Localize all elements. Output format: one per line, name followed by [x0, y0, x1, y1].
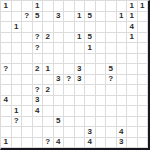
empty-cell-r0-c1[interactable] [12, 1, 23, 12]
clue-cell-4-r12-c11: 4 [117, 127, 128, 138]
empty-cell-r10-c11[interactable] [117, 106, 128, 117]
empty-cell-r9-c5[interactable] [54, 96, 65, 107]
empty-cell-r12-c4[interactable] [43, 127, 54, 138]
empty-cell-r5-c3[interactable] [33, 54, 44, 65]
empty-cell-r12-c7[interactable] [75, 127, 86, 138]
empty-cell-r5-c0[interactable] [1, 54, 12, 65]
empty-cell-r7-c13[interactable] [138, 75, 149, 86]
clue-cell-3-r1-c5: 3 [54, 12, 65, 23]
empty-cell-r8-c13[interactable] [138, 85, 149, 96]
empty-cell-r9-c12[interactable] [127, 96, 138, 107]
empty-cell-r7-c2[interactable] [22, 75, 33, 86]
clue-cell-1-r1-c12: 1 [127, 12, 138, 23]
empty-cell-r12-c3[interactable] [33, 127, 44, 138]
empty-cell-r3-c2[interactable] [22, 33, 33, 44]
empty-cell-r12-c10[interactable] [106, 127, 117, 138]
clue-cell-4-r9-c0: 4 [1, 96, 12, 107]
clue-cell-unknown-r6-c0: ? [1, 64, 12, 75]
empty-cell-r2-c3[interactable] [33, 22, 44, 33]
empty-cell-r6-c9[interactable] [96, 64, 107, 75]
clue-cell-3-r6-c7: 3 [75, 64, 86, 75]
empty-cell-r4-c1[interactable] [12, 43, 23, 54]
empty-cell-r8-c0[interactable] [1, 85, 12, 96]
empty-cell-r0-c6[interactable] [64, 1, 75, 12]
empty-cell-r4-c0[interactable] [1, 43, 12, 54]
empty-cell-r1-c10[interactable] [106, 12, 117, 23]
clue-cell-1-r13-c0: 1 [1, 138, 12, 149]
empty-cell-r3-c9[interactable] [96, 33, 107, 44]
empty-cell-r8-c10[interactable] [106, 85, 117, 96]
empty-cell-r11-c11[interactable] [117, 117, 128, 128]
clue-cell-4-r10-c3: 4 [33, 106, 44, 117]
clue-cell-3-r12-c8: 3 [85, 127, 96, 138]
empty-cell-r0-c2[interactable] [22, 1, 33, 12]
empty-cell-r4-c9[interactable] [96, 43, 107, 54]
empty-cell-r8-c5[interactable] [54, 85, 65, 96]
clue-cell-4-r13-c5: 4 [54, 138, 65, 149]
empty-cell-r4-c2[interactable] [22, 43, 33, 54]
empty-cell-r12-c2[interactable] [22, 127, 33, 138]
empty-cell-r11-c8[interactable] [85, 117, 96, 128]
empty-cell-r5-c10[interactable] [106, 54, 117, 65]
empty-cell-r1-c0[interactable] [1, 12, 12, 23]
empty-cell-r1-c1[interactable] [12, 12, 23, 23]
clue-cell-5-r11-c5: 5 [54, 117, 65, 128]
empty-cell-r6-c2[interactable] [22, 64, 33, 75]
empty-cell-r3-c0[interactable] [1, 33, 12, 44]
empty-cell-r5-c13[interactable] [138, 54, 149, 65]
empty-cell-r6-c11[interactable] [117, 64, 128, 75]
empty-cell-r11-c10[interactable] [106, 117, 117, 128]
empty-cell-r0-c4[interactable] [43, 1, 54, 12]
empty-cell-r9-c13[interactable] [138, 96, 149, 107]
empty-cell-r2-c11[interactable] [117, 22, 128, 33]
empty-cell-r2-c10[interactable] [106, 22, 117, 33]
empty-cell-r11-c7[interactable] [75, 117, 86, 128]
clue-cell-1-r0-c0: 1 [1, 1, 12, 12]
empty-cell-r3-c1[interactable] [12, 33, 23, 44]
clue-cell-4-r13-c8: 4 [85, 138, 96, 149]
clue-cell-3-r9-c3: 3 [33, 96, 44, 107]
clue-cell-5-r3-c8: 5 [85, 33, 96, 44]
empty-cell-r7-c8[interactable] [85, 75, 96, 86]
empty-cell-r0-c10[interactable] [106, 1, 117, 12]
empty-cell-r1-c13[interactable] [138, 12, 149, 23]
clue-cell-unknown-r8-c3: ? [33, 85, 44, 96]
empty-cell-r5-c5[interactable] [54, 54, 65, 65]
empty-cell-r8-c11[interactable] [117, 85, 128, 96]
empty-cell-r9-c4[interactable] [43, 96, 54, 107]
empty-cell-r2-c2[interactable] [22, 22, 33, 33]
empty-cell-r4-c7[interactable] [75, 43, 86, 54]
empty-cell-r5-c2[interactable] [22, 54, 33, 65]
clue-cell-1-r0-c13: 1 [138, 1, 149, 12]
empty-cell-r1-c9[interactable] [96, 12, 107, 23]
empty-cell-r10-c12[interactable] [127, 106, 138, 117]
empty-cell-r13-c10[interactable] [106, 138, 117, 149]
empty-cell-r13-c13[interactable] [138, 138, 149, 149]
empty-cell-r9-c8[interactable] [85, 96, 96, 107]
empty-cell-r10-c2[interactable] [22, 106, 33, 117]
empty-cell-r4-c12[interactable] [127, 43, 138, 54]
empty-cell-r7-c11[interactable] [117, 75, 128, 86]
empty-cell-r4-c11[interactable] [117, 43, 128, 54]
empty-cell-r10-c6[interactable] [64, 106, 75, 117]
empty-cell-r8-c12[interactable] [127, 85, 138, 96]
empty-cell-r10-c13[interactable] [138, 106, 149, 117]
empty-cell-r10-c10[interactable] [106, 106, 117, 117]
empty-cell-r3-c13[interactable] [138, 33, 149, 44]
clue-cell-4-r2-c12: 4 [127, 22, 138, 33]
empty-cell-r3-c5[interactable] [54, 33, 65, 44]
empty-cell-r9-c11[interactable] [117, 96, 128, 107]
empty-cell-r9-c7[interactable] [75, 96, 86, 107]
empty-cell-r2-c7[interactable] [75, 22, 86, 33]
empty-cell-r7-c4[interactable] [43, 75, 54, 86]
empty-cell-r5-c7[interactable] [75, 54, 86, 65]
clue-cell-1-r0-c3: 1 [33, 1, 44, 12]
empty-cell-r12-c9[interactable] [96, 127, 107, 138]
empty-cell-r8-c8[interactable] [85, 85, 96, 96]
empty-cell-r11-c6[interactable] [64, 117, 75, 128]
empty-cell-r9-c6[interactable] [64, 96, 75, 107]
empty-cell-r8-c2[interactable] [22, 85, 33, 96]
empty-cell-r2-c5[interactable] [54, 22, 65, 33]
empty-cell-r11-c3[interactable] [33, 117, 44, 128]
empty-cell-r10-c5[interactable] [54, 106, 65, 117]
empty-cell-r2-c0[interactable] [1, 22, 12, 33]
clue-cell-unknown-r3-c3: ? [33, 33, 44, 44]
empty-cell-r8-c1[interactable] [12, 85, 23, 96]
empty-cell-r6-c1[interactable] [12, 64, 23, 75]
empty-cell-r2-c9[interactable] [96, 22, 107, 33]
empty-cell-r7-c9[interactable] [96, 75, 107, 86]
empty-cell-r10-c0[interactable] [1, 106, 12, 117]
clue-cell-5-r6-c10: 5 [106, 64, 117, 75]
empty-cell-r0-c5[interactable] [54, 1, 65, 12]
empty-cell-r8-c7[interactable] [75, 85, 86, 96]
clue-cell-1-r1-c7: 1 [75, 12, 86, 23]
empty-cell-r2-c4[interactable] [43, 22, 54, 33]
empty-cell-r3-c10[interactable] [106, 33, 117, 44]
empty-cell-r5-c4[interactable] [43, 54, 54, 65]
clue-cell-1-r4-c8: 1 [85, 43, 96, 54]
clue-cell-5-r1-c3: 5 [33, 12, 44, 23]
clue-cell-unknown-r11-c1: ? [12, 117, 23, 128]
empty-cell-r5-c11[interactable] [117, 54, 128, 65]
clue-cell-unknown-r7-c6: ? [64, 75, 75, 86]
clue-cell-unknown-r1-c2: ? [22, 12, 33, 23]
clue-cell-1-r1-c11: 1 [117, 12, 128, 23]
empty-cell-r5-c6[interactable] [64, 54, 75, 65]
clue-cell-2-r8-c4: 2 [43, 85, 54, 96]
empty-cell-r4-c6[interactable] [64, 43, 75, 54]
clue-cell-1-r6-c4: 1 [43, 64, 54, 75]
clue-cell-2-r3-c4: 2 [43, 33, 54, 44]
clue-cell-3-r7-c7: 3 [75, 75, 86, 86]
empty-cell-r11-c9[interactable] [96, 117, 107, 128]
empty-cell-r13-c1[interactable] [12, 138, 23, 149]
empty-cell-r10-c8[interactable] [85, 106, 96, 117]
clue-cell-unknown-r7-c10: ? [106, 75, 117, 86]
empty-cell-r8-c6[interactable] [64, 85, 75, 96]
clue-cell-unknown-r13-c4: ? [43, 138, 54, 149]
empty-cell-r11-c0[interactable] [1, 117, 12, 128]
empty-cell-r11-c2[interactable] [22, 117, 33, 128]
empty-cell-r9-c9[interactable] [96, 96, 107, 107]
empty-cell-r12-c5[interactable] [54, 127, 65, 138]
empty-cell-r6-c8[interactable] [85, 64, 96, 75]
empty-cell-r9-c10[interactable] [106, 96, 117, 107]
empty-cell-r12-c6[interactable] [64, 127, 75, 138]
puzzle-board: 1111?53151114?2151?1?21353?3??24314?5341… [0, 0, 150, 150]
empty-cell-r4-c5[interactable] [54, 43, 65, 54]
empty-cell-r12-c0[interactable] [1, 127, 12, 138]
clue-cell-2-r6-c3: 2 [33, 64, 44, 75]
empty-cell-r7-c0[interactable] [1, 75, 12, 86]
empty-cell-r1-c6[interactable] [64, 12, 75, 23]
empty-cell-r6-c12[interactable] [127, 64, 138, 75]
empty-cell-r4-c4[interactable] [43, 43, 54, 54]
empty-cell-r3-c11[interactable] [117, 33, 128, 44]
clue-cell-1-r3-c7: 1 [75, 33, 86, 44]
empty-cell-r6-c6[interactable] [64, 64, 75, 75]
empty-cell-r10-c4[interactable] [43, 106, 54, 117]
empty-cell-r1-c4[interactable] [43, 12, 54, 23]
empty-cell-r0-c11[interactable] [117, 1, 128, 12]
clue-cell-1-r2-c1: 1 [12, 22, 23, 33]
empty-cell-r6-c13[interactable] [138, 64, 149, 75]
empty-cell-r2-c6[interactable] [64, 22, 75, 33]
clue-cell-1-r0-c12: 1 [127, 1, 138, 12]
empty-cell-r13-c12[interactable] [127, 138, 138, 149]
empty-cell-r10-c7[interactable] [75, 106, 86, 117]
empty-cell-r5-c12[interactable] [127, 54, 138, 65]
empty-cell-r0-c7[interactable] [75, 1, 86, 12]
empty-cell-r12-c12[interactable] [127, 127, 138, 138]
empty-cell-r8-c9[interactable] [96, 85, 107, 96]
empty-cell-r0-c9[interactable] [96, 1, 107, 12]
clue-cell-5-r1-c8: 5 [85, 12, 96, 23]
empty-cell-r5-c1[interactable] [12, 54, 23, 65]
empty-cell-r5-c9[interactable] [96, 54, 107, 65]
empty-cell-r11-c13[interactable] [138, 117, 149, 128]
empty-cell-r7-c12[interactable] [127, 75, 138, 86]
clue-cell-unknown-r4-c3: ? [33, 43, 44, 54]
empty-cell-r6-c5[interactable] [54, 64, 65, 75]
clue-cell-3-r13-c11: 3 [117, 138, 128, 149]
empty-cell-r7-c3[interactable] [33, 75, 44, 86]
empty-cell-r12-c1[interactable] [12, 127, 23, 138]
empty-cell-r12-c13[interactable] [138, 127, 149, 138]
empty-cell-r5-c8[interactable] [85, 54, 96, 65]
empty-cell-r10-c9[interactable] [96, 106, 107, 117]
empty-cell-r13-c2[interactable] [22, 138, 33, 149]
empty-cell-r9-c1[interactable] [12, 96, 23, 107]
empty-cell-r13-c7[interactable] [75, 138, 86, 149]
empty-cell-r13-c6[interactable] [64, 138, 75, 149]
empty-cell-r13-c9[interactable] [96, 138, 107, 149]
empty-cell-r4-c10[interactable] [106, 43, 117, 54]
empty-cell-r11-c12[interactable] [127, 117, 138, 128]
clue-cell-1-r3-c12: 1 [127, 33, 138, 44]
empty-cell-r2-c8[interactable] [85, 22, 96, 33]
empty-cell-r9-c2[interactable] [22, 96, 33, 107]
clue-cell-3-r7-c5: 3 [54, 75, 65, 86]
empty-cell-r7-c1[interactable] [12, 75, 23, 86]
empty-cell-r3-c6[interactable] [64, 33, 75, 44]
empty-cell-r2-c13[interactable] [138, 22, 149, 33]
empty-cell-r11-c4[interactable] [43, 117, 54, 128]
empty-cell-r0-c8[interactable] [85, 1, 96, 12]
clue-cell-1-r10-c1: 1 [12, 106, 23, 117]
empty-cell-r13-c3[interactable] [33, 138, 44, 149]
empty-cell-r4-c13[interactable] [138, 43, 149, 54]
